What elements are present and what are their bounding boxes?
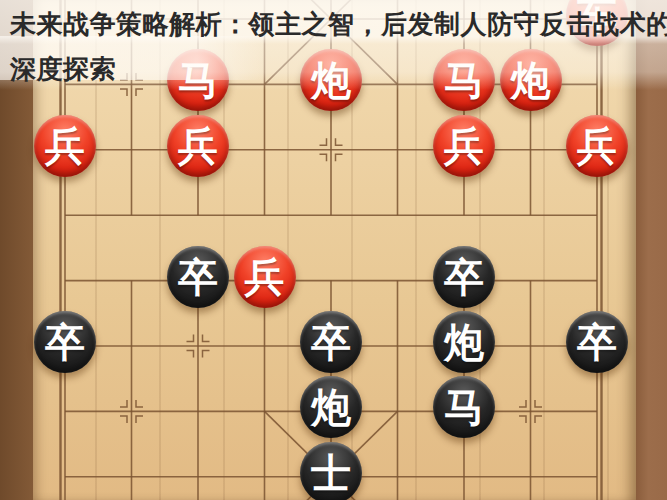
piece-red-soldier[interactable]: 兵: [167, 115, 229, 177]
piece-black-soldier[interactable]: 卒: [34, 311, 96, 373]
piece-black-cannon[interactable]: 炮: [300, 376, 362, 438]
piece-black-soldier[interactable]: 卒: [433, 246, 495, 308]
title-line-1: 未来战争策略解析：领主之智，后发制人防守反击战术的: [10, 2, 665, 47]
piece-black-soldier[interactable]: 卒: [300, 311, 362, 373]
piece-red-soldier[interactable]: 兵: [566, 115, 628, 177]
piece-black-soldier[interactable]: 卒: [566, 311, 628, 373]
piece-black-horse[interactable]: 马: [433, 376, 495, 438]
piece-red-soldier[interactable]: 兵: [34, 115, 96, 177]
screenshot-stage: 车马炮马炮兵兵兵兵兵卒卒卒卒卒炮炮马士 未来战争策略解析：领主之智，后发制人防守…: [0, 0, 667, 500]
piece-black-soldier[interactable]: 卒: [167, 246, 229, 308]
piece-red-soldier[interactable]: 兵: [234, 246, 296, 308]
piece-black-advisor[interactable]: 士: [300, 442, 362, 500]
piece-red-soldier[interactable]: 兵: [433, 115, 495, 177]
page-title: 未来战争策略解析：领主之智，后发制人防守反击战术的 深度探索: [10, 2, 665, 92]
title-line-2: 深度探索: [10, 47, 665, 92]
piece-black-cannon[interactable]: 炮: [433, 311, 495, 373]
